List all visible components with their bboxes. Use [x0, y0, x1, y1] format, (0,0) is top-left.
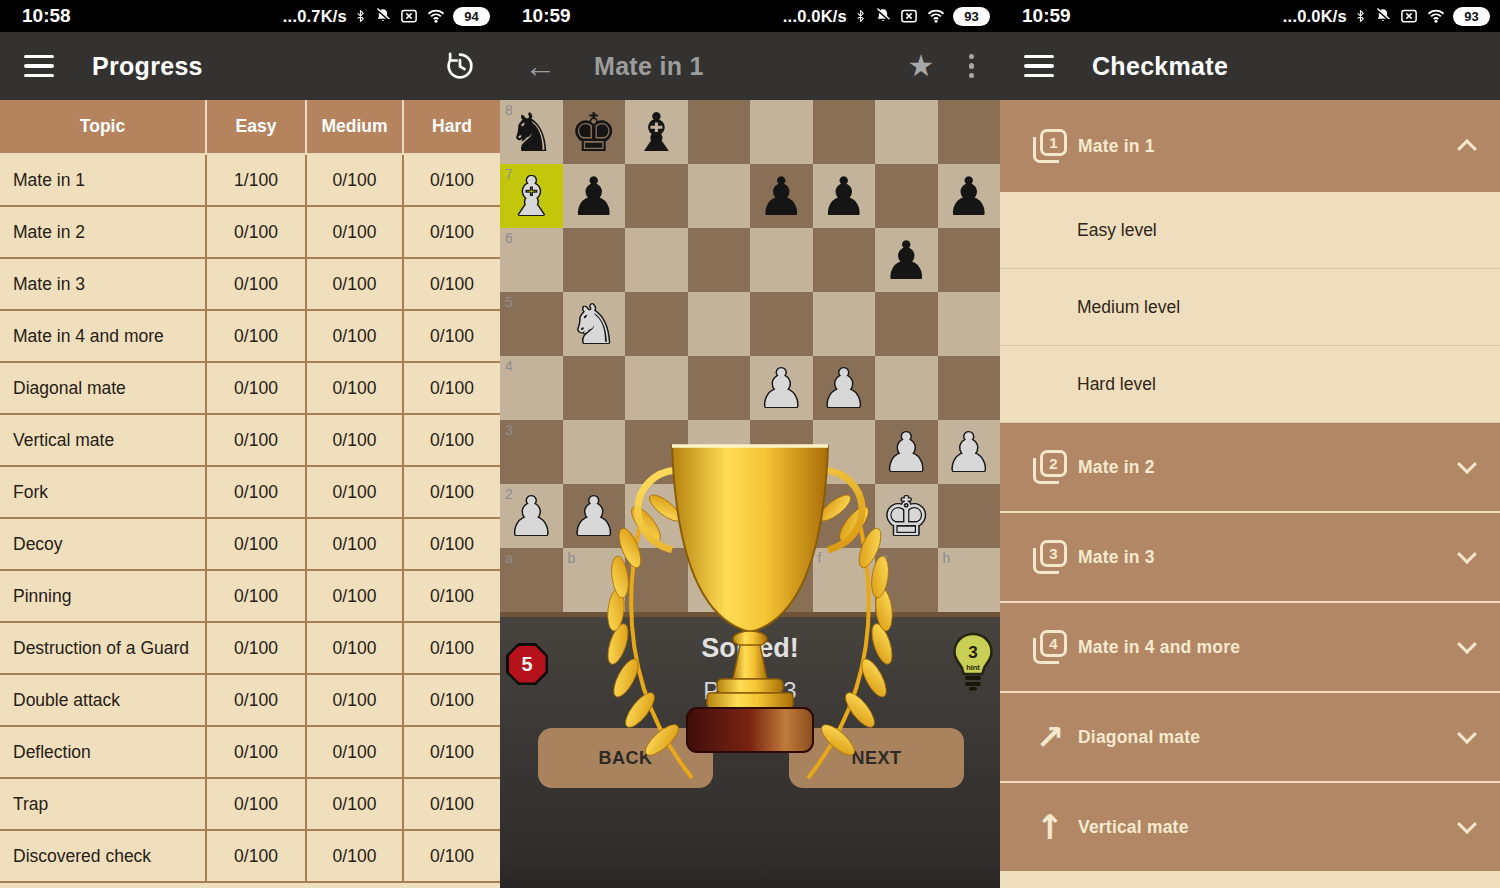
- level-item-medium-level[interactable]: Medium level: [1000, 269, 1500, 346]
- clock-text: 10:58: [22, 5, 71, 27]
- square-d8[interactable]: [688, 100, 751, 164]
- chevron-up-icon: [1457, 139, 1477, 159]
- column-header-easy: Easy: [205, 100, 305, 153]
- sim-crossed-icon: [899, 7, 919, 25]
- square-f5[interactable]: [813, 292, 876, 356]
- menu-item-label: Mate in 1: [1078, 136, 1155, 157]
- easy-value: 1/100: [205, 155, 305, 205]
- square-f4[interactable]: ♟: [813, 356, 876, 420]
- topic-cell: Mate in 1: [0, 155, 205, 205]
- medium-value: 0/100: [305, 467, 402, 517]
- menu-item-label: Mate in 4 and more: [1078, 637, 1240, 658]
- black-pawn-piece: ♟: [875, 228, 938, 292]
- hard-value: 0/100: [402, 155, 500, 205]
- menu-item-mate-in-3[interactable]: 3Mate in 3: [1000, 513, 1500, 603]
- chevron-down-icon: [1457, 454, 1477, 474]
- hard-value: 0/100: [402, 675, 500, 725]
- muted-bell-icon: [374, 7, 392, 25]
- topic-cell: Mate in 2: [0, 207, 205, 257]
- easy-value: 0/100: [205, 831, 305, 881]
- status-bar: 10:59 ...0.0K/s 93: [500, 0, 1000, 32]
- overflow-menu-icon[interactable]: [967, 52, 977, 81]
- table-row-mate-in-2: Mate in 20/1000/1000/100: [0, 207, 500, 259]
- column-header-medium: Medium: [305, 100, 402, 153]
- white-pawn-piece: ♟: [813, 356, 876, 420]
- square-d7[interactable]: [688, 164, 751, 228]
- square-h5[interactable]: [938, 292, 1001, 356]
- white-bishop-piece: ♝: [500, 164, 563, 228]
- up-arrow-icon: ↑: [1030, 807, 1070, 847]
- medium-value: 0/100: [305, 831, 402, 881]
- black-pawn-piece: ♟: [813, 164, 876, 228]
- status-bar: 10:59 ...0.0K/s 93: [1000, 0, 1500, 32]
- square-d6[interactable]: [688, 228, 751, 292]
- black-bishop-piece: ♝: [625, 100, 688, 164]
- rank-label: 6: [505, 230, 513, 246]
- chevron-down-icon: [1457, 544, 1477, 564]
- easy-value: 0/100: [205, 363, 305, 413]
- level-item-label: Medium level: [1077, 297, 1180, 318]
- easy-value: 0/100: [205, 727, 305, 777]
- menu-item-diagonal-mate[interactable]: ↗Diagonal mate: [1000, 693, 1500, 783]
- hard-value: 0/100: [402, 259, 500, 309]
- square-a8[interactable]: 8♞: [500, 100, 563, 164]
- table-row-mate-in-4-and-more: Mate in 4 and more0/1000/1000/100: [0, 311, 500, 363]
- file-label: h: [943, 550, 951, 566]
- topic-cell: Destruction of a Guard: [0, 623, 205, 673]
- back-arrow-icon[interactable]: ←: [524, 50, 556, 82]
- square-h7[interactable]: ♟: [938, 164, 1001, 228]
- square-e7[interactable]: ♟: [750, 164, 813, 228]
- white-knight-piece: ♞: [563, 292, 626, 356]
- table-row-decoy: Decoy0/1000/1000/100: [0, 519, 500, 571]
- square-a3[interactable]: 3: [500, 420, 563, 484]
- square-g5[interactable]: [875, 292, 938, 356]
- muted-bell-icon: [1374, 7, 1392, 25]
- medium-value: 0/100: [305, 727, 402, 777]
- table-row-pinning: Pinning0/1000/1000/100: [0, 571, 500, 623]
- hard-value: 0/100: [402, 207, 500, 257]
- medium-value: 0/100: [305, 259, 402, 309]
- menu-item-mate-in-1[interactable]: 1Mate in 1: [1000, 100, 1500, 192]
- table-row-double-attack: Double attack0/1000/1000/100: [0, 675, 500, 727]
- hard-value: 0/100: [402, 727, 500, 777]
- menu-item-label: Vertical mate: [1078, 817, 1189, 838]
- page-title: Checkmate: [1092, 52, 1228, 81]
- diagonal-arrow-icon: ↗: [1030, 717, 1070, 757]
- menu-hamburger-icon[interactable]: [1024, 55, 1054, 78]
- square-a5[interactable]: 5: [500, 292, 563, 356]
- topic-cell: Mate in 3: [0, 259, 205, 309]
- menu-item-vertical-mate[interactable]: ↑Vertical mate: [1000, 783, 1500, 873]
- menu-item-mate-in-4-and-more[interactable]: 4Mate in 4 and more: [1000, 603, 1500, 693]
- filter-1-icon: 1: [1030, 126, 1070, 166]
- table-row-fork: Fork0/1000/1000/100: [0, 467, 500, 519]
- topic-cell: Vertical mate: [0, 415, 205, 465]
- page-title: Progress: [92, 52, 203, 81]
- black-knight-piece: ♞: [500, 100, 563, 164]
- menu-item-label: Diagonal mate: [1078, 727, 1200, 748]
- easy-value: 0/100: [205, 519, 305, 569]
- checkmate-menu: 1Mate in 1Easy levelMedium levelHard lev…: [1000, 100, 1500, 873]
- easy-value: 0/100: [205, 259, 305, 309]
- square-g6[interactable]: ♟: [875, 228, 938, 292]
- sim-crossed-icon: [1399, 7, 1419, 25]
- menu-item-label: Mate in 3: [1078, 547, 1155, 568]
- medium-value: 0/100: [305, 363, 402, 413]
- square-b7[interactable]: ♟: [563, 164, 626, 228]
- network-speed-text: ...0.7K/s: [283, 7, 347, 26]
- menu-item-mate-in-2[interactable]: 2Mate in 2: [1000, 423, 1500, 513]
- level-item-hard-level[interactable]: Hard level: [1000, 346, 1500, 423]
- status-bar: 10:58 ...0.7K/s 94: [0, 0, 500, 32]
- black-pawn-piece: ♟: [750, 164, 813, 228]
- square-f6[interactable]: [813, 228, 876, 292]
- square-g8[interactable]: [875, 100, 938, 164]
- hard-value: 0/100: [402, 519, 500, 569]
- square-c7[interactable]: [625, 164, 688, 228]
- square-h2[interactable]: [938, 484, 1001, 548]
- table-header-row: Topic Easy Medium Hard: [0, 100, 500, 155]
- black-pawn-piece: ♟: [938, 164, 1001, 228]
- level-item-easy-level[interactable]: Easy level: [1000, 192, 1500, 269]
- hard-value: 0/100: [402, 311, 500, 361]
- medium-value: 0/100: [305, 623, 402, 673]
- network-speed-text: ...0.0K/s: [783, 7, 847, 26]
- square-a4[interactable]: 4: [500, 356, 563, 420]
- menu-item-label: Mate in 2: [1078, 457, 1155, 478]
- wifi-icon: [1426, 7, 1446, 25]
- history-icon[interactable]: [444, 50, 476, 82]
- square-h6[interactable]: [938, 228, 1001, 292]
- rank-label: 5: [505, 294, 513, 310]
- square-f7[interactable]: ♟: [813, 164, 876, 228]
- easy-value: 0/100: [205, 207, 305, 257]
- trophy-base: [687, 708, 813, 752]
- battery-indicator: 93: [953, 7, 990, 26]
- topic-cell: Diagonal mate: [0, 363, 205, 413]
- svg-text:3: 3: [968, 643, 977, 662]
- square-e8[interactable]: [750, 100, 813, 164]
- svg-text:hint: hint: [966, 663, 980, 672]
- clock-text: 10:59: [522, 5, 571, 27]
- muted-bell-icon: [874, 7, 892, 25]
- favorite-star-icon[interactable]: ★: [908, 51, 935, 81]
- chevron-down-icon: [1457, 814, 1477, 834]
- rank-label: 4: [505, 358, 513, 374]
- chevron-down-icon: [1457, 724, 1477, 744]
- progress-table: Topic Easy Medium Hard Mate in 11/1000/1…: [0, 100, 500, 883]
- trophy-cup: [672, 446, 828, 632]
- topic-cell: Deflection: [0, 727, 205, 777]
- easy-value: 0/100: [205, 623, 305, 673]
- square-a6[interactable]: 6: [500, 228, 563, 292]
- black-king-piece: ♚: [563, 100, 626, 164]
- square-a7[interactable]: 7♝: [500, 164, 563, 228]
- medium-value: 0/100: [305, 207, 402, 257]
- easy-value: 0/100: [205, 467, 305, 517]
- level-item-label: Easy level: [1077, 220, 1157, 241]
- table-row-mate-in-1: Mate in 11/1000/1000/100: [0, 155, 500, 207]
- medium-value: 0/100: [305, 675, 402, 725]
- hard-value: 0/100: [402, 779, 500, 829]
- square-g4[interactable]: [875, 356, 938, 420]
- square-f8[interactable]: [813, 100, 876, 164]
- level-item-label: Hard level: [1077, 374, 1156, 395]
- topic-cell: Mate in 4 and more: [0, 311, 205, 361]
- easy-value: 0/100: [205, 415, 305, 465]
- square-g7[interactable]: [875, 164, 938, 228]
- trophy-image: [600, 438, 900, 790]
- hard-value: 0/100: [402, 415, 500, 465]
- square-b8[interactable]: ♚: [563, 100, 626, 164]
- white-pawn-piece: ♟: [500, 484, 563, 548]
- filter-4-icon: 4: [1030, 627, 1070, 667]
- rank-label: 3: [505, 422, 513, 438]
- medium-value: 0/100: [305, 779, 402, 829]
- topic-cell: Double attack: [0, 675, 205, 725]
- bluetooth-icon: [1354, 7, 1367, 25]
- easy-value: 0/100: [205, 311, 305, 361]
- topic-cell: Trap: [0, 779, 205, 829]
- square-d4[interactable]: [688, 356, 751, 420]
- hard-value: 0/100: [402, 363, 500, 413]
- progress-appbar: Progress: [0, 32, 500, 100]
- topic-cell: Fork: [0, 467, 205, 517]
- medium-value: 0/100: [305, 415, 402, 465]
- table-row-discovered-check: Discovered check0/1000/1000/100: [0, 831, 500, 883]
- menu-hamburger-icon[interactable]: [24, 55, 54, 78]
- checkmate-screen: 10:59 ...0.0K/s 93 Checkmate 1Mate in 1E…: [1000, 0, 1500, 888]
- easy-value: 0/100: [205, 571, 305, 621]
- square-e6[interactable]: [750, 228, 813, 292]
- bluetooth-icon: [854, 7, 867, 25]
- table-row-vertical-mate: Vertical mate0/1000/1000/100: [0, 415, 500, 467]
- square-d5[interactable]: [688, 292, 751, 356]
- hard-value: 0/100: [402, 831, 500, 881]
- black-pawn-piece: ♟: [563, 164, 626, 228]
- column-header-hard: Hard: [402, 100, 500, 153]
- sim-crossed-icon: [399, 7, 419, 25]
- app-screenshots: 10:58 ...0.7K/s 94 Progress Topic Easy M…: [0, 0, 1500, 888]
- square-b4[interactable]: [563, 356, 626, 420]
- table-row-mate-in-3: Mate in 30/1000/1000/100: [0, 259, 500, 311]
- hint-bulb-icon[interactable]: 3 hint: [951, 632, 995, 692]
- table-row-diagonal-mate: Diagonal mate0/1000/1000/100: [0, 363, 500, 415]
- medium-value: 0/100: [305, 311, 402, 361]
- square-e4[interactable]: ♟: [750, 356, 813, 420]
- square-h4[interactable]: [938, 356, 1001, 420]
- square-h1[interactable]: h: [938, 548, 1001, 612]
- hard-value: 0/100: [402, 467, 500, 517]
- wifi-icon: [926, 7, 946, 25]
- white-pawn-piece: ♟: [938, 420, 1001, 484]
- square-c6[interactable]: [625, 228, 688, 292]
- square-c4[interactable]: [625, 356, 688, 420]
- page-title: Mate in 1: [594, 52, 704, 81]
- puzzle-screen: 10:59 ...0.0K/s 93 ← Mate in 1 ★ 8♞♚♝7♝♟…: [500, 0, 1000, 888]
- progress-screen: 10:58 ...0.7K/s 94 Progress Topic Easy M…: [0, 0, 500, 888]
- checkmate-appbar: Checkmate: [1000, 32, 1500, 100]
- easy-value: 0/100: [205, 675, 305, 725]
- battery-indicator: 93: [1453, 7, 1490, 26]
- square-a1[interactable]: a: [500, 548, 563, 612]
- topic-cell: Discovered check: [0, 831, 205, 881]
- table-row-destruction-of-a-guard: Destruction of a Guard0/1000/1000/100: [0, 623, 500, 675]
- square-c5[interactable]: [625, 292, 688, 356]
- square-h3[interactable]: ♟: [938, 420, 1001, 484]
- chevron-down-icon: [1457, 634, 1477, 654]
- square-c8[interactable]: ♝: [625, 100, 688, 164]
- medium-value: 0/100: [305, 571, 402, 621]
- progress-table-body: Mate in 11/1000/1000/100Mate in 20/1000/…: [0, 155, 500, 883]
- square-e5[interactable]: [750, 292, 813, 356]
- filter-2-icon: 2: [1030, 447, 1070, 487]
- topic-cell: Decoy: [0, 519, 205, 569]
- column-header-topic: Topic: [0, 100, 205, 153]
- wifi-icon: [426, 7, 446, 25]
- square-h8[interactable]: [938, 100, 1001, 164]
- medium-value: 0/100: [305, 519, 402, 569]
- white-pawn-piece: ♟: [750, 356, 813, 420]
- filter-3-icon: 3: [1030, 537, 1070, 577]
- file-label: b: [568, 550, 576, 566]
- square-b5[interactable]: ♞: [563, 292, 626, 356]
- square-a2[interactable]: 2♟: [500, 484, 563, 548]
- network-speed-text: ...0.0K/s: [1283, 7, 1347, 26]
- easy-value: 0/100: [205, 779, 305, 829]
- hard-value: 0/100: [402, 571, 500, 621]
- clock-text: 10:59: [1022, 5, 1071, 27]
- puzzle-number-badge: 5: [506, 643, 548, 685]
- hard-value: 0/100: [402, 623, 500, 673]
- square-b6[interactable]: [563, 228, 626, 292]
- medium-value: 0/100: [305, 155, 402, 205]
- topic-cell: Pinning: [0, 571, 205, 621]
- battery-indicator: 94: [453, 7, 490, 26]
- table-row-trap: Trap0/1000/1000/100: [0, 779, 500, 831]
- puzzle-appbar: ← Mate in 1 ★: [500, 32, 1000, 100]
- table-row-deflection: Deflection0/1000/1000/100: [0, 727, 500, 779]
- bluetooth-icon: [354, 7, 367, 25]
- file-label: a: [505, 550, 513, 566]
